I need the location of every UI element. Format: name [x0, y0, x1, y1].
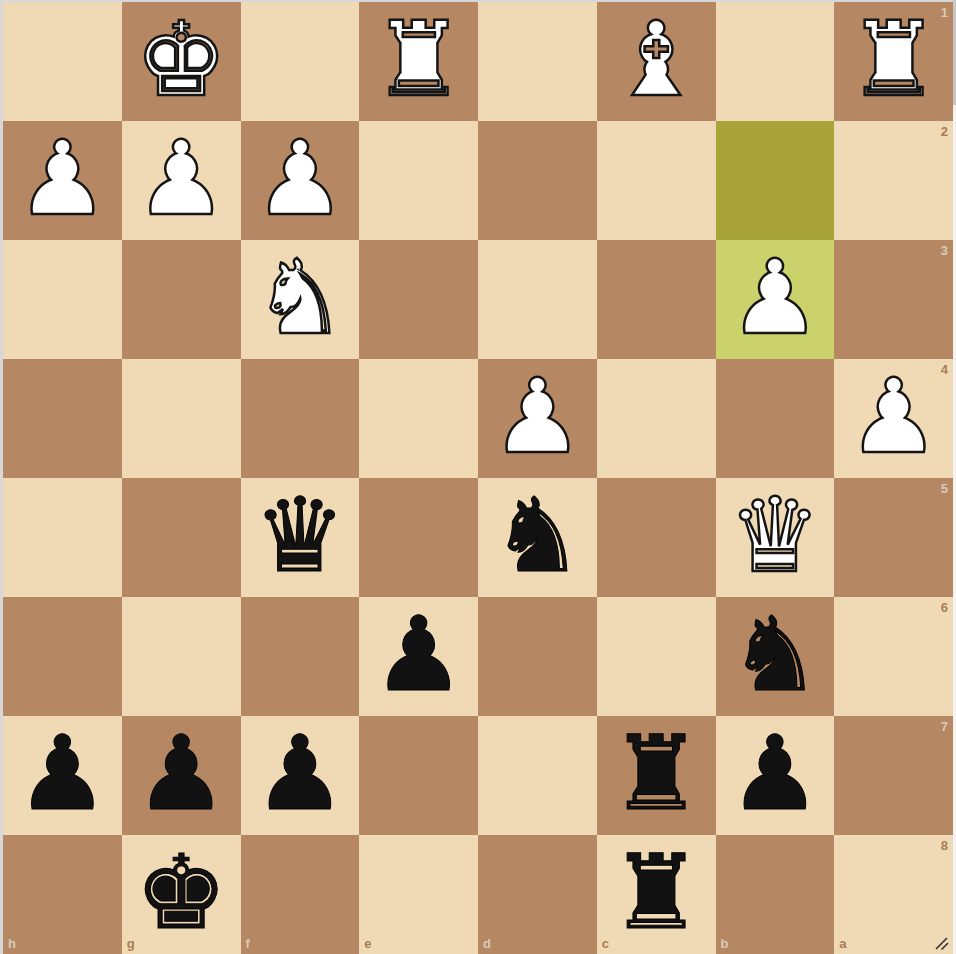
square-e3[interactable]	[359, 240, 478, 359]
square-g4[interactable]	[122, 359, 241, 478]
square-e1[interactable]: ♜	[359, 2, 478, 121]
black-knight[interactable]: ♞	[491, 484, 583, 587]
square-f1[interactable]	[241, 2, 360, 121]
white-pawn[interactable]: ♟	[135, 127, 227, 230]
white-knight[interactable]: ♞	[254, 246, 346, 349]
square-h6[interactable]	[3, 597, 122, 716]
file-label-d: d	[483, 937, 491, 950]
square-h5[interactable]	[3, 478, 122, 597]
square-f2[interactable]: ♟	[241, 121, 360, 240]
black-pawn[interactable]: ♟	[729, 722, 821, 825]
square-b1[interactable]	[716, 2, 835, 121]
square-b4[interactable]	[716, 359, 835, 478]
square-d4[interactable]: ♟	[478, 359, 597, 478]
black-rook[interactable]: ♜	[610, 841, 702, 944]
square-f3[interactable]: ♞	[241, 240, 360, 359]
square-g1[interactable]: ♚	[122, 2, 241, 121]
file-label-g: g	[127, 937, 135, 950]
square-d5[interactable]: ♞	[478, 478, 597, 597]
square-e2[interactable]	[359, 121, 478, 240]
white-queen[interactable]: ♛	[729, 484, 821, 587]
white-pawn[interactable]: ♟	[491, 365, 583, 468]
square-c4[interactable]	[597, 359, 716, 478]
square-h1[interactable]	[3, 2, 122, 121]
square-a6[interactable]: 6	[834, 597, 953, 716]
chess-board: ♚♜♝♜1♟♟♟2♞♟3♟♟4♛♞♛5♟♞6♟♟♟♜♟7h♚gfed♜cb8a	[3, 2, 953, 954]
rank-label-2: 2	[941, 125, 948, 138]
file-label-c: c	[602, 937, 609, 950]
square-h2[interactable]: ♟	[3, 121, 122, 240]
square-h8[interactable]: h	[3, 835, 122, 954]
square-h7[interactable]: ♟	[3, 716, 122, 835]
square-c5[interactable]	[597, 478, 716, 597]
square-b8[interactable]: b	[716, 835, 835, 954]
square-a7[interactable]: 7	[834, 716, 953, 835]
black-knight[interactable]: ♞	[729, 603, 821, 706]
white-king[interactable]: ♚	[135, 8, 227, 111]
square-a1[interactable]: ♜1	[834, 2, 953, 121]
square-d3[interactable]	[478, 240, 597, 359]
square-b5[interactable]: ♛	[716, 478, 835, 597]
square-b2[interactable]	[716, 121, 835, 240]
square-e4[interactable]	[359, 359, 478, 478]
black-pawn[interactable]: ♟	[135, 722, 227, 825]
square-f5[interactable]: ♛	[241, 478, 360, 597]
square-g5[interactable]	[122, 478, 241, 597]
square-a8[interactable]: 8a	[834, 835, 953, 954]
file-label-a: a	[839, 937, 846, 950]
square-h3[interactable]	[3, 240, 122, 359]
square-g7[interactable]: ♟	[122, 716, 241, 835]
square-c2[interactable]	[597, 121, 716, 240]
black-pawn[interactable]: ♟	[16, 722, 108, 825]
board-resize-handle-icon[interactable]	[934, 935, 950, 951]
square-c1[interactable]: ♝	[597, 2, 716, 121]
white-pawn[interactable]: ♟	[16, 127, 108, 230]
square-g6[interactable]	[122, 597, 241, 716]
file-label-b: b	[721, 937, 729, 950]
square-a4[interactable]: ♟4	[834, 359, 953, 478]
square-d1[interactable]	[478, 2, 597, 121]
black-queen[interactable]: ♛	[254, 484, 346, 587]
square-f7[interactable]: ♟	[241, 716, 360, 835]
black-pawn[interactable]: ♟	[372, 603, 464, 706]
square-c6[interactable]	[597, 597, 716, 716]
page: ♚♜♝♜1♟♟♟2♞♟3♟♟4♛♞♛5♟♞6♟♟♟♜♟7h♚gfed♜cb8a	[0, 0, 956, 954]
white-pawn[interactable]: ♟	[254, 127, 346, 230]
square-e5[interactable]	[359, 478, 478, 597]
square-a5[interactable]: 5	[834, 478, 953, 597]
rank-label-1: 1	[941, 6, 948, 19]
square-f6[interactable]	[241, 597, 360, 716]
square-b6[interactable]: ♞	[716, 597, 835, 716]
square-h4[interactable]	[3, 359, 122, 478]
rank-label-8: 8	[941, 839, 948, 852]
square-a3[interactable]: 3	[834, 240, 953, 359]
white-pawn[interactable]: ♟	[729, 246, 821, 349]
square-e8[interactable]: e	[359, 835, 478, 954]
rank-label-5: 5	[941, 482, 948, 495]
rank-label-4: 4	[941, 363, 948, 376]
square-g3[interactable]	[122, 240, 241, 359]
square-g2[interactable]: ♟	[122, 121, 241, 240]
black-pawn[interactable]: ♟	[254, 722, 346, 825]
rank-label-6: 6	[941, 601, 948, 614]
square-e7[interactable]	[359, 716, 478, 835]
square-d7[interactable]	[478, 716, 597, 835]
white-rook[interactable]: ♜	[372, 8, 464, 111]
file-label-h: h	[8, 937, 16, 950]
square-a2[interactable]: 2	[834, 121, 953, 240]
rank-label-3: 3	[941, 244, 948, 257]
file-label-f: f	[246, 937, 250, 950]
square-f4[interactable]	[241, 359, 360, 478]
white-rook[interactable]: ♜	[847, 8, 939, 111]
square-c8[interactable]: ♜c	[597, 835, 716, 954]
square-c7[interactable]: ♜	[597, 716, 716, 835]
square-d8[interactable]: d	[478, 835, 597, 954]
black-king[interactable]: ♚	[135, 841, 227, 944]
rank-label-7: 7	[941, 720, 948, 733]
black-rook[interactable]: ♜	[610, 722, 702, 825]
square-e6[interactable]: ♟	[359, 597, 478, 716]
square-b3[interactable]: ♟	[716, 240, 835, 359]
white-bishop[interactable]: ♝	[610, 8, 702, 111]
white-pawn[interactable]: ♟	[847, 365, 939, 468]
square-f8[interactable]: f	[241, 835, 360, 954]
square-b7[interactable]: ♟	[716, 716, 835, 835]
file-label-e: e	[364, 937, 371, 950]
square-g8[interactable]: ♚g	[122, 835, 241, 954]
square-d6[interactable]	[478, 597, 597, 716]
square-c3[interactable]	[597, 240, 716, 359]
square-d2[interactable]	[478, 121, 597, 240]
